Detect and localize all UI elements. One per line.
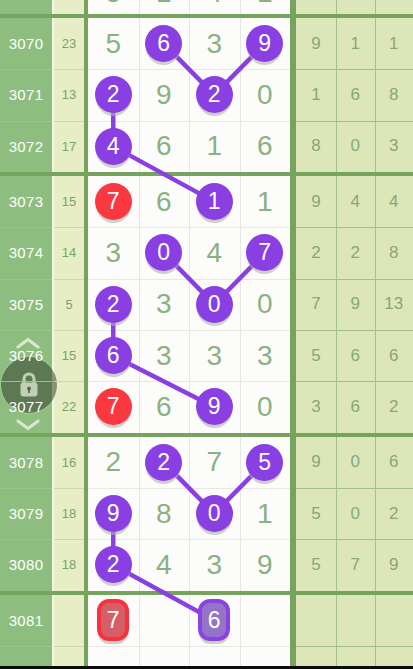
chevron-up-icon[interactable] <box>15 337 41 349</box>
marked-number: 2 <box>196 76 233 113</box>
latest-draw-badge: 7 <box>97 599 129 641</box>
marked-number: 2 <box>95 76 132 113</box>
latest-draw-badge: 6 <box>198 599 230 641</box>
marked-number: 9 <box>95 495 132 532</box>
marked-number: 7 <box>95 388 132 425</box>
marked-number: 5 <box>246 444 283 481</box>
lottery-trend-chart-screen: 5141307023539113071139016830721761680330… <box>0 0 413 669</box>
marked-number: 0 <box>196 495 233 532</box>
marked-number: 6 <box>95 337 132 374</box>
marked-number: 2 <box>95 286 132 323</box>
chevron-down-icon[interactable] <box>15 419 41 431</box>
marked-number: 9 <box>196 388 233 425</box>
marked-number: 7 <box>95 183 132 220</box>
marked-number: 1 <box>196 183 233 220</box>
marked-number: 0 <box>196 286 233 323</box>
marked-number: 2 <box>145 444 182 481</box>
marked-number: 2 <box>95 546 132 583</box>
marked-number: 4 <box>95 128 132 165</box>
